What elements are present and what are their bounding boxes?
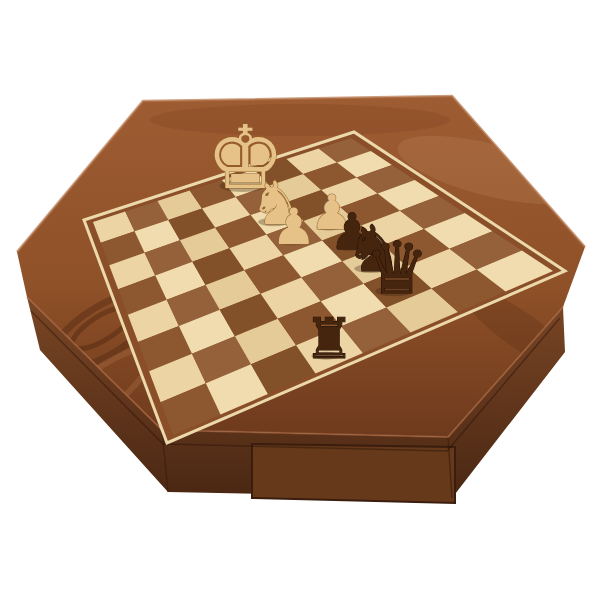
chess-box-photo: ♚♞♟♟♟♞♛♜ — [0, 0, 600, 600]
product-photo: ♚♞♟♟♟♞♛♜ — [0, 0, 600, 600]
piece-black-queen-f2: ♛ — [365, 226, 430, 310]
piece-black-rook-d1: ♜ — [304, 306, 354, 371]
black-rook-glyph: ♜ — [304, 306, 354, 371]
white-pawn-glyph: ♟ — [271, 198, 316, 256]
drawer-front[interactable] — [252, 444, 455, 503]
black-queen-glyph: ♛ — [365, 226, 430, 310]
piece-white-pawn-e5: ♟ — [271, 198, 316, 256]
